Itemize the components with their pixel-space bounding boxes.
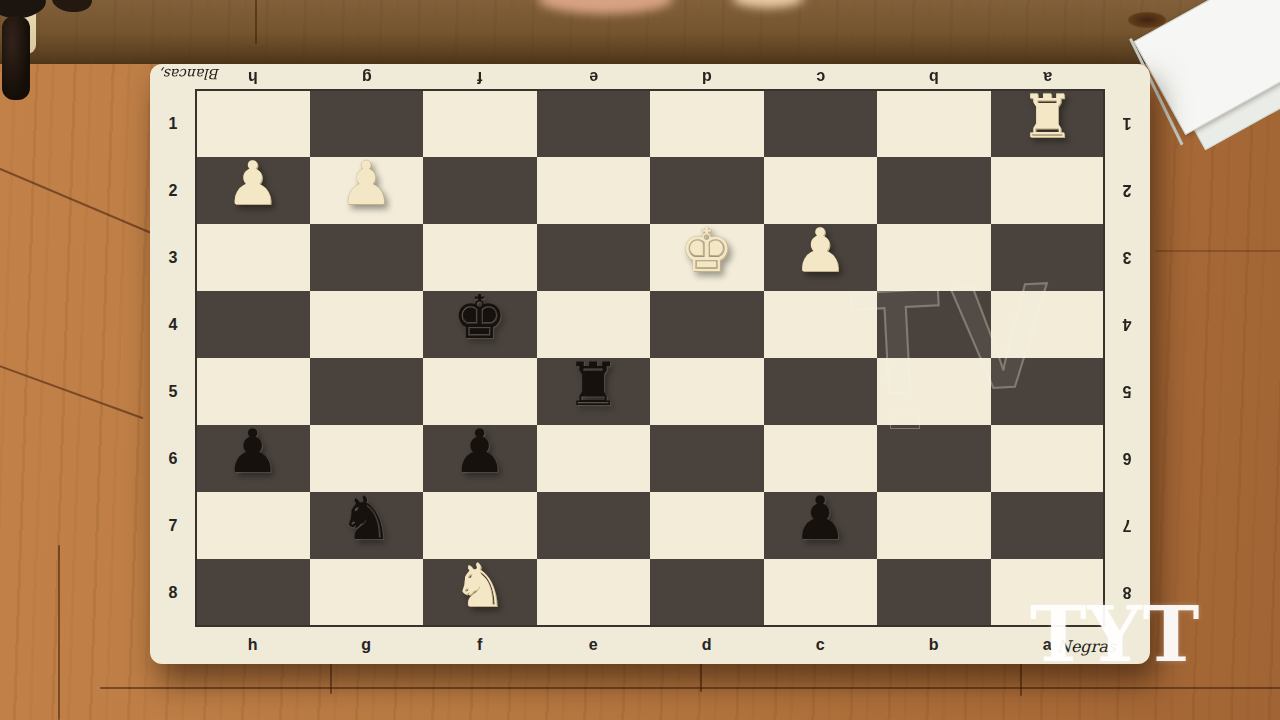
rank-label-left-8: 8	[150, 559, 196, 626]
file-label-top-d: d	[650, 64, 764, 90]
plank-seam	[58, 545, 60, 720]
rank-label-right-7: 7	[1104, 492, 1150, 559]
file-label-bottom-e: e	[537, 626, 651, 664]
plank-seam	[255, 0, 257, 44]
square-d5	[650, 358, 764, 425]
mat-corner	[1104, 64, 1150, 90]
square-c7: ♟	[764, 492, 878, 559]
file-label-bottom-h: h	[196, 626, 310, 664]
file-label-top-f: f	[423, 64, 537, 90]
mat-corner-text-blancas: Blancas,	[160, 66, 220, 82]
rank-label-left-6: 6	[150, 425, 196, 492]
rank-label-right-2: 2	[1104, 157, 1150, 224]
square-b6	[877, 425, 991, 492]
rank-label-left-3: 3	[150, 224, 196, 291]
square-f8: ♞	[423, 559, 537, 626]
plank-seam	[0, 363, 144, 420]
square-h8	[196, 559, 310, 626]
mat-corner	[150, 626, 196, 664]
square-g8	[310, 559, 424, 626]
square-c5	[764, 358, 878, 425]
square-d8	[650, 559, 764, 626]
rank-label-right-1: 1	[1104, 90, 1150, 157]
square-a4	[991, 291, 1105, 358]
piece-black-pawn: ♟	[453, 421, 507, 481]
rank-label-right-4: 4	[1104, 291, 1150, 358]
square-d7	[650, 492, 764, 559]
piece-black-rook: ♜	[566, 354, 620, 414]
plank-seam	[100, 687, 1280, 689]
file-label-top-c: c	[764, 64, 878, 90]
square-e3	[537, 224, 651, 291]
file-label-top-g: g	[310, 64, 424, 90]
piece-white-pawn: ♟	[793, 220, 847, 280]
piece-black-knight: ♞	[339, 488, 393, 548]
piece-white-pawn: ♟	[339, 153, 393, 213]
square-b3	[877, 224, 991, 291]
square-b2	[877, 157, 991, 224]
square-f2	[423, 157, 537, 224]
rank-label-right-6: 6	[1104, 425, 1150, 492]
square-g2: ♟	[310, 157, 424, 224]
rank-label-left-4: 4	[150, 291, 196, 358]
square-e2	[537, 157, 651, 224]
square-c3: ♟	[764, 224, 878, 291]
file-label-bottom-b: b	[877, 626, 991, 664]
plank-seam	[330, 664, 332, 694]
square-e1	[537, 90, 651, 157]
square-e5: ♜	[537, 358, 651, 425]
rank-label-right-5: 5	[1104, 358, 1150, 425]
square-g5	[310, 358, 424, 425]
captured-pieces-tray	[0, 0, 80, 110]
rank-label-left-5: 5	[150, 358, 196, 425]
square-e8	[537, 559, 651, 626]
square-b4	[877, 291, 991, 358]
piece-black-pawn: ♟	[793, 488, 847, 548]
square-c8	[764, 559, 878, 626]
square-e7	[537, 492, 651, 559]
square-g4	[310, 291, 424, 358]
square-a2	[991, 157, 1105, 224]
square-g7: ♞	[310, 492, 424, 559]
square-b8	[877, 559, 991, 626]
square-d1	[650, 90, 764, 157]
rank-label-left-1: 1	[150, 90, 196, 157]
plank-seam	[700, 664, 702, 692]
plank-seam	[1020, 664, 1022, 696]
chess-mat: hgfedcba1♜12♟♟23♚♟34♚45♜56♟♟67♞♟78♞8hgfe…	[150, 64, 1150, 664]
square-d3: ♚	[650, 224, 764, 291]
square-f1	[423, 90, 537, 157]
square-d6	[650, 425, 764, 492]
rank-label-left-2: 2	[150, 157, 196, 224]
rank-label-left-7: 7	[150, 492, 196, 559]
square-h4	[196, 291, 310, 358]
rank-label-right-3: 3	[1104, 224, 1150, 291]
square-a6	[991, 425, 1105, 492]
captured-black-piece	[2, 16, 30, 100]
file-label-bottom-f: f	[423, 626, 537, 664]
square-b1	[877, 90, 991, 157]
square-b5	[877, 358, 991, 425]
square-a7	[991, 492, 1105, 559]
plank-seam	[1155, 250, 1280, 252]
piece-white-knight: ♞	[453, 555, 507, 615]
square-c1	[764, 90, 878, 157]
square-c4	[764, 291, 878, 358]
square-a1: ♜	[991, 90, 1105, 157]
chess-board: hgfedcba1♜12♟♟23♚♟34♚45♜56♟♟67♞♟78♞8hgfe…	[150, 64, 1150, 664]
piece-white-king: ♚	[680, 220, 734, 280]
square-h3	[196, 224, 310, 291]
piece-black-pawn: ♟	[226, 421, 280, 481]
piece-white-rook: ♜	[1020, 86, 1074, 146]
square-f4: ♚	[423, 291, 537, 358]
file-label-bottom-c: c	[764, 626, 878, 664]
tyt-channel-logo: TYT	[1030, 590, 1200, 679]
square-h7	[196, 492, 310, 559]
square-h6: ♟	[196, 425, 310, 492]
piece-white-pawn: ♟	[226, 153, 280, 213]
file-label-top-e: e	[537, 64, 651, 90]
file-label-top-b: b	[877, 64, 991, 90]
square-a5	[991, 358, 1105, 425]
square-g3	[310, 224, 424, 291]
piece-black-king: ♚	[453, 287, 507, 347]
file-label-bottom-d: d	[650, 626, 764, 664]
square-b7	[877, 492, 991, 559]
square-f6: ♟	[423, 425, 537, 492]
square-a3	[991, 224, 1105, 291]
broadcast-frame: hgfedcba1♜12♟♟23♚♟34♚45♜56♟♟67♞♟78♞8hgfe…	[0, 0, 1280, 720]
file-label-bottom-g: g	[310, 626, 424, 664]
square-e6	[537, 425, 651, 492]
square-h2: ♟	[196, 157, 310, 224]
square-d4	[650, 291, 764, 358]
